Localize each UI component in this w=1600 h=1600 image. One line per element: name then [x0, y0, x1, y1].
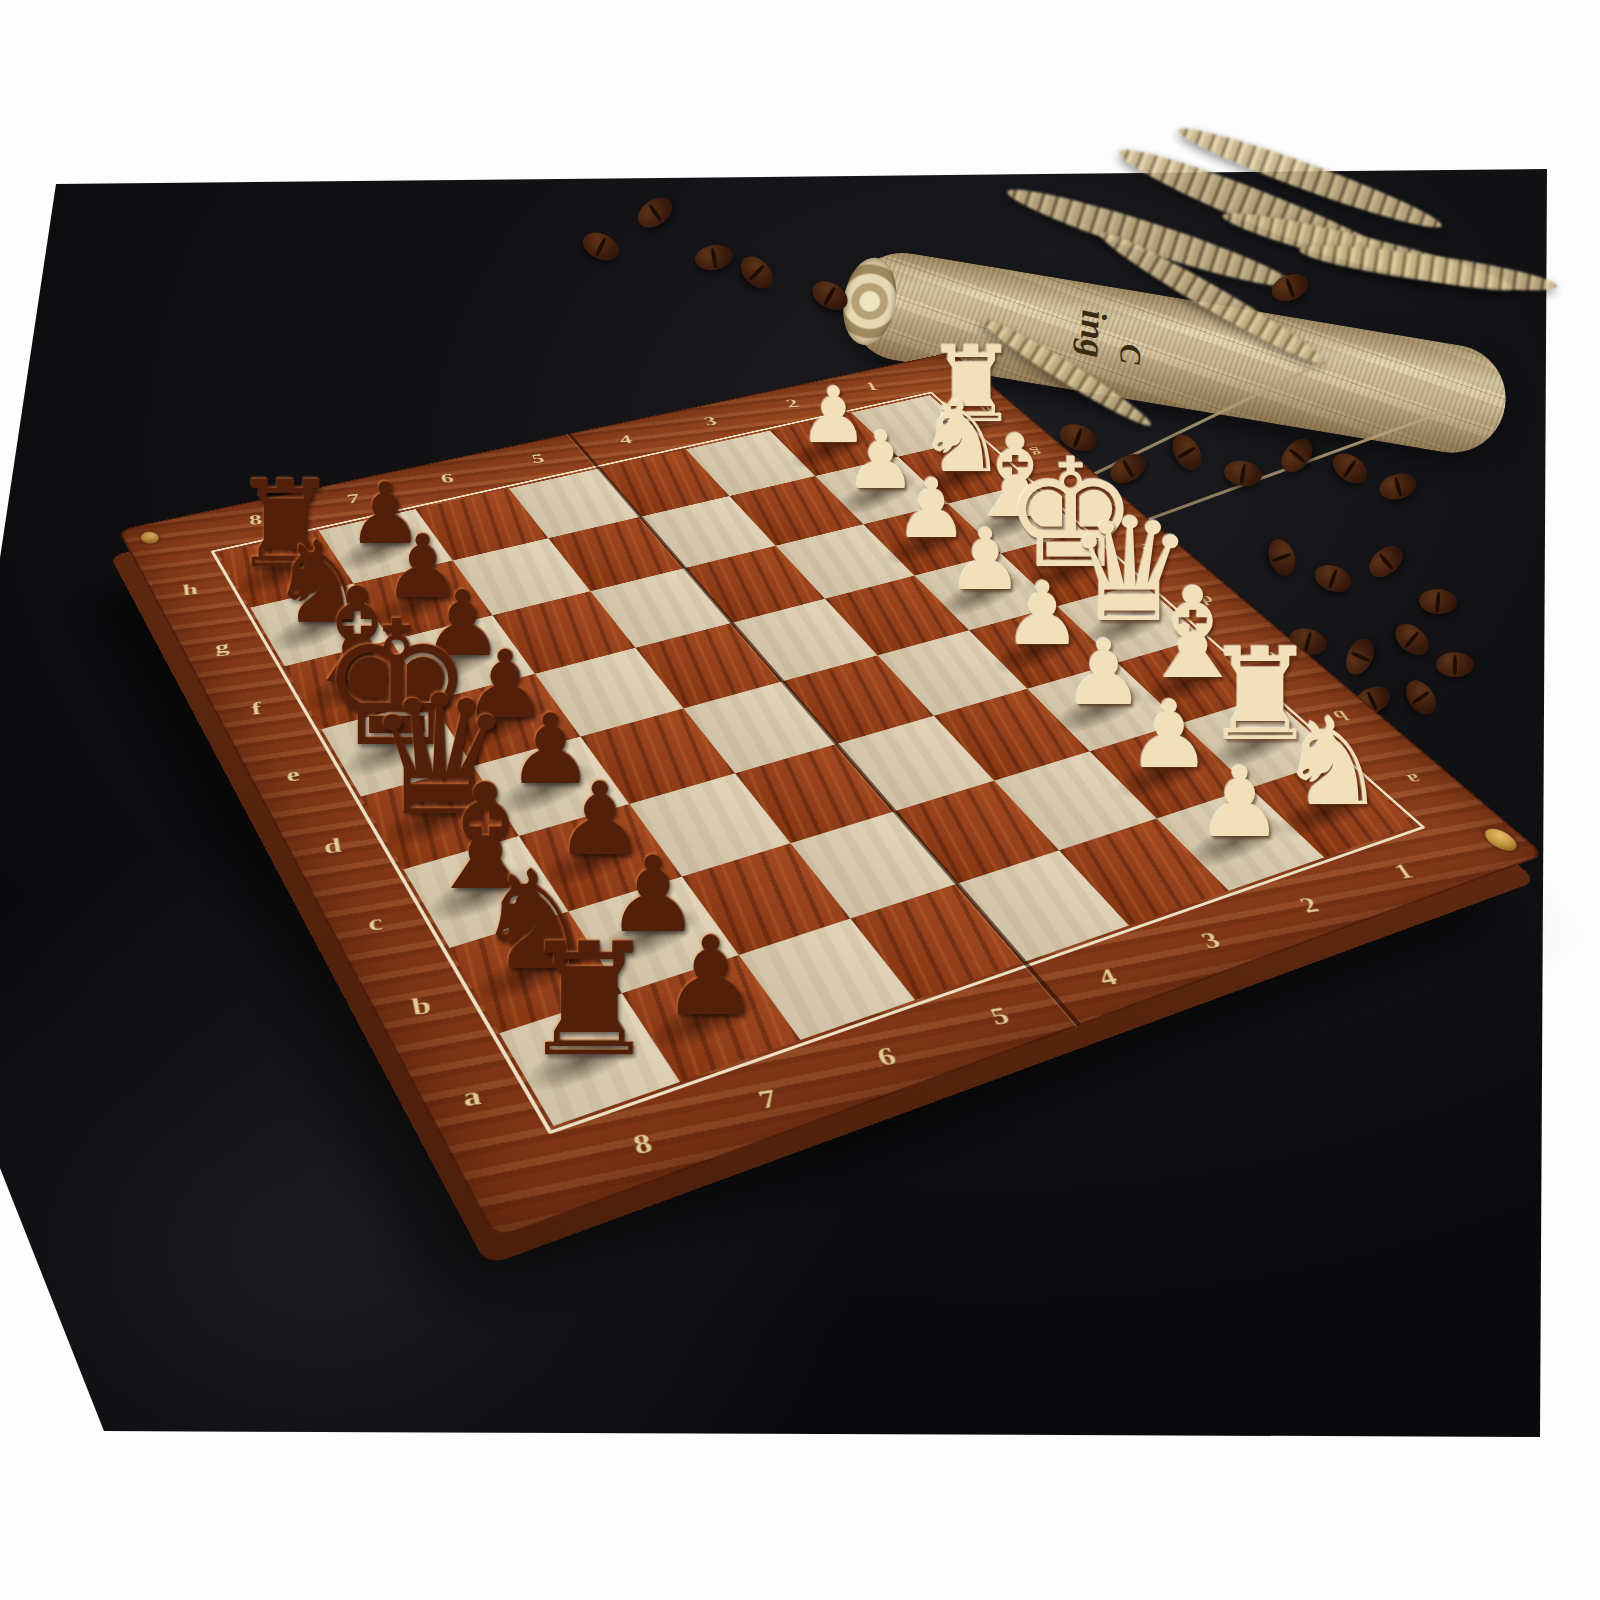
piece-white-knight-a1[interactable]: ♞: [1278, 702, 1387, 824]
chess-set-product-photo: ing C 1122334455667788aabbccddeeffgghh ♜…: [0, 0, 1600, 1600]
newspaper-headline-fragment: ing: [1071, 309, 1115, 359]
piece-black-pawn-a7[interactable]: ♟: [662, 923, 760, 1032]
file-label-g-near: g: [214, 638, 230, 657]
file-label-d-near: d: [322, 834, 343, 858]
newspaper-headline-fragment-2: C: [1113, 343, 1148, 364]
coffee-bean-17: [1436, 652, 1474, 677]
piece-white-pawn-a2[interactable]: ♟: [1196, 754, 1283, 851]
file-label-h-near: h: [182, 581, 199, 599]
piece-black-rook-a8[interactable]: ♜: [519, 924, 658, 1079]
